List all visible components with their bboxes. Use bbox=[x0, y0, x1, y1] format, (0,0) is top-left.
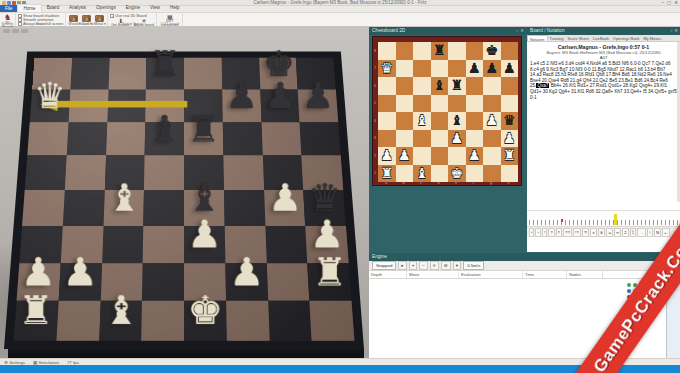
square3d-d1[interactable] bbox=[141, 301, 184, 341]
ribbon-group-board-setup: ✓ Use real 3D Board ⬇ Get Boards! ☀ Adju… bbox=[108, 13, 157, 26]
piece3d-white-rook[interactable]: ♜ bbox=[309, 250, 351, 293]
square3d-c3[interactable] bbox=[102, 226, 144, 263]
square-a8[interactable] bbox=[378, 42, 396, 60]
square3d-a7[interactable]: ♛ bbox=[30, 89, 70, 121]
engine-column-header: Evaluation bbox=[459, 271, 523, 278]
board-2d-frame: ♜♚♛♟♟♟♝♜♝♝♟♛♟♟♟♟♟♜♜♝♚ a8b7c6d5e4f3g2h1 bbox=[372, 36, 522, 186]
square3d-h7[interactable]: ♟ bbox=[298, 89, 338, 121]
notation-tab-my-moves[interactable]: My Moves bbox=[641, 35, 663, 41]
square-f5[interactable] bbox=[466, 95, 484, 113]
piece3d-black-pawn[interactable]: ♟ bbox=[261, 76, 299, 115]
engine-column-header: Depth bbox=[369, 271, 407, 278]
square3d-d5[interactable] bbox=[144, 155, 184, 190]
square-b1[interactable] bbox=[396, 165, 414, 183]
square-b4[interactable] bbox=[396, 112, 414, 130]
square3d-e3[interactable]: ♟ bbox=[184, 226, 225, 263]
square-g7[interactable]: ♟ bbox=[483, 60, 501, 78]
evaluation-profile[interactable] bbox=[527, 210, 680, 226]
square-d5[interactable] bbox=[431, 95, 449, 113]
piece-white-rook[interactable]: ♜ bbox=[378, 165, 396, 183]
tab-analysis[interactable]: Analysis bbox=[64, 4, 91, 12]
engine-column-header: Nodes bbox=[567, 271, 603, 278]
tab-engine[interactable]: Engine bbox=[121, 4, 145, 12]
square-b8[interactable] bbox=[396, 42, 414, 60]
square-h4[interactable]: ♛ bbox=[501, 112, 519, 130]
square3d-e6[interactable]: ♜ bbox=[184, 122, 223, 156]
file-label: h bbox=[508, 181, 510, 185]
annotation-button[interactable]: ?? bbox=[563, 228, 572, 237]
piece-white-pawn[interactable]: ♟ bbox=[378, 147, 396, 165]
status-strip: ⚙ Settings▦ Simulation77 fps bbox=[0, 358, 680, 365]
square-d3[interactable] bbox=[431, 130, 449, 148]
piece-black-pawn[interactable]: ♟ bbox=[501, 60, 519, 78]
piece3d-black-pawn[interactable]: ♟ bbox=[222, 76, 260, 115]
piece-black-queen[interactable]: ♛ bbox=[501, 112, 519, 130]
square-c1[interactable]: ♝ bbox=[413, 165, 431, 183]
square-b7[interactable] bbox=[396, 60, 414, 78]
square3d-b5[interactable] bbox=[65, 155, 106, 190]
texture-thumbnail-icon: ♙ bbox=[69, 15, 78, 22]
piece-white-pawn[interactable]: ♟ bbox=[483, 112, 501, 130]
square-c4[interactable]: ♝ bbox=[413, 112, 431, 130]
status-dot-icon bbox=[627, 289, 631, 293]
annotation-button[interactable]: = bbox=[606, 228, 613, 237]
eval-marker-blunder bbox=[561, 219, 564, 222]
piece3d-white-king[interactable]: ♚ bbox=[184, 288, 226, 332]
engine-rate: 0.5m/s bbox=[463, 261, 484, 270]
square3d-b1[interactable] bbox=[56, 301, 100, 341]
annotation-button[interactable]: ↑ bbox=[647, 228, 653, 237]
square3d-d3[interactable] bbox=[143, 226, 184, 263]
piece-white-bishop[interactable]: ♝ bbox=[413, 165, 431, 183]
tab-board[interactable]: Board bbox=[42, 4, 64, 12]
square3d-g4[interactable]: ♟ bbox=[264, 190, 306, 226]
piece3d-white-pawn[interactable]: ♟ bbox=[59, 250, 101, 293]
piece-black-king[interactable]: ♚ bbox=[483, 42, 501, 60]
engine-toolbar-icon[interactable]: ≡ bbox=[430, 261, 439, 270]
annotation-button[interactable]: ⩲ bbox=[622, 228, 629, 237]
square-e1[interactable]: ♚ bbox=[448, 165, 466, 183]
piece-white-pawn[interactable]: ♟ bbox=[501, 130, 519, 148]
square-d1[interactable] bbox=[431, 165, 449, 183]
engine-toolbar-icon[interactable]: ⚙ bbox=[441, 261, 451, 270]
tab-help[interactable]: Help bbox=[165, 4, 184, 12]
piece3d-white-bishop[interactable]: ♝ bbox=[99, 288, 141, 332]
close-pane-icon[interactable]: ✕ bbox=[520, 27, 524, 35]
rank-label: 7 bbox=[374, 66, 376, 70]
square-c2[interactable] bbox=[413, 147, 431, 165]
notation-tab-openings-book[interactable]: Openings Book bbox=[611, 35, 642, 41]
tab-file[interactable]: File bbox=[0, 5, 17, 12]
tab-home[interactable]: Home bbox=[17, 4, 41, 12]
annotation-button[interactable]: ∓ bbox=[598, 228, 606, 237]
rank-label: 5 bbox=[374, 101, 376, 105]
file-label: d bbox=[438, 181, 440, 185]
piece-black-rook[interactable]: ♜ bbox=[431, 42, 449, 60]
square3d-f1[interactable] bbox=[226, 301, 269, 341]
square-d6[interactable]: ♝ bbox=[431, 77, 449, 95]
notation-tab-score-sheet[interactable]: Score Sheet bbox=[565, 35, 590, 41]
board-3d-pane: ♜♚♛♟♟♟♝♜♝♝♟♛♟♟♟♟♟♜♜♝♚ bbox=[0, 27, 369, 358]
file-label: e bbox=[455, 181, 457, 185]
square3d-d6[interactable]: ♝ bbox=[145, 122, 184, 156]
square-b6[interactable] bbox=[396, 77, 414, 95]
square-g4[interactable]: ♟ bbox=[483, 112, 501, 130]
square-c5[interactable] bbox=[413, 95, 431, 113]
dock-icon[interactable]: ▫ bbox=[671, 27, 673, 35]
group-label: Board Setup bbox=[108, 22, 156, 26]
piece-black-pawn[interactable]: ♟ bbox=[483, 60, 501, 78]
notation-pane: Board / Notation ▫ ✕ NotationTrainingSco… bbox=[527, 27, 680, 252]
square-h6[interactable] bbox=[501, 77, 519, 95]
square-g2[interactable] bbox=[483, 147, 501, 165]
piece-white-queen[interactable]: ♛ bbox=[378, 60, 396, 78]
texture-thumbnail-icon: ♙ bbox=[82, 15, 91, 22]
square-e5[interactable] bbox=[448, 95, 466, 113]
square-h8[interactable] bbox=[501, 42, 519, 60]
piece-black-pawn[interactable]: ♟ bbox=[466, 60, 484, 78]
square-a5[interactable] bbox=[378, 95, 396, 113]
square-g5[interactable] bbox=[483, 95, 501, 113]
group-label: Board bbox=[16, 22, 65, 26]
tab-openings[interactable]: Openings bbox=[91, 4, 121, 12]
annotation-button[interactable]: !! bbox=[556, 228, 562, 237]
board-2d-pane: Chessboard 2D ▫ ✕ ♜♚♛♟♟♟♝♜♝♝♟♛♟♟♟♟♟♜♜♝♚ … bbox=[369, 27, 526, 252]
notation-tab-livebook[interactable]: LiveBook bbox=[591, 35, 611, 41]
square-d2[interactable] bbox=[431, 147, 449, 165]
piece-black-bishop[interactable]: ♝ bbox=[431, 77, 449, 95]
piece-white-bishop[interactable]: ♝ bbox=[413, 112, 431, 130]
close-pane-icon[interactable]: ✕ bbox=[674, 27, 678, 35]
board-3d[interactable]: ♜♚♛♟♟♟♝♜♝♝♟♛♟♟♟♟♟♜♜♝♚ bbox=[4, 51, 364, 349]
square3d-b6[interactable] bbox=[66, 122, 106, 156]
piece3d-white-pawn[interactable]: ♟ bbox=[265, 177, 305, 218]
file-label: a bbox=[385, 181, 387, 185]
annotation-toolbar: ‹›!?!!??!??!±∓=∞⩲⩱→↑N+- bbox=[527, 226, 680, 237]
square3d-c8[interactable] bbox=[108, 58, 147, 89]
engine-toolbar-icon[interactable]: ▾ bbox=[453, 261, 461, 270]
square-d4[interactable] bbox=[431, 112, 449, 130]
square-b3[interactable] bbox=[396, 130, 414, 148]
current-move[interactable]: Qxa7 bbox=[536, 83, 549, 88]
piece3d-black-rook[interactable]: ♜ bbox=[184, 108, 223, 148]
move-list[interactable]: 1.e4 c5 2.Nf3 e6 3.d4 cxd4 4.Nxd4 a6 5.B… bbox=[527, 60, 680, 198]
square-a6[interactable] bbox=[378, 77, 396, 95]
square3d-f6[interactable] bbox=[223, 122, 263, 156]
square3d-f4[interactable] bbox=[224, 190, 265, 226]
annotation-button[interactable]: → bbox=[637, 228, 645, 237]
engine-toolbar-icon[interactable]: ▸ bbox=[398, 261, 406, 270]
piece3d-black-bishop[interactable]: ♝ bbox=[145, 108, 184, 148]
texture-thumbnail-icon: ♙ bbox=[95, 15, 104, 22]
rank-label: 2 bbox=[374, 154, 376, 158]
square-e2[interactable] bbox=[448, 147, 466, 165]
piece3d-white-pawn[interactable]: ♟ bbox=[184, 213, 225, 255]
square-g1[interactable] bbox=[483, 165, 501, 183]
square-g6[interactable] bbox=[483, 77, 501, 95]
piece3d-white-bishop[interactable]: ♝ bbox=[103, 177, 143, 218]
square3d-f7[interactable]: ♟ bbox=[222, 89, 261, 121]
engine-column-header: Move bbox=[407, 271, 459, 278]
annotation-button[interactable]: › bbox=[535, 228, 540, 237]
group-label: Boards bbox=[0, 22, 15, 26]
file-label: f bbox=[473, 181, 474, 185]
square3d-b8[interactable] bbox=[70, 58, 109, 89]
square3d-h6[interactable] bbox=[300, 122, 341, 156]
engine-column-headers: DepthMoveEvaluationTimeNodes bbox=[369, 271, 680, 279]
engine-toolbar-icon[interactable]: + bbox=[409, 261, 418, 270]
rank-label: 6 bbox=[374, 84, 376, 88]
piece-white-pawn[interactable]: ♟ bbox=[448, 130, 466, 148]
file-label: g bbox=[490, 181, 492, 185]
piece-black-rook[interactable]: ♜ bbox=[448, 77, 466, 95]
square-a3[interactable] bbox=[378, 130, 396, 148]
fritz-app-window: Carlsen,Magnus - Grefe,Ingo (Bayern M3 B… bbox=[0, 0, 680, 373]
square3d-f5[interactable] bbox=[223, 155, 263, 190]
annotation-button[interactable]: N bbox=[654, 228, 661, 237]
annotation-button[interactable]: ⩱ bbox=[630, 228, 637, 237]
board-3d-toolbar[interactable] bbox=[3, 29, 28, 33]
square-h3[interactable]: ♟ bbox=[501, 130, 519, 148]
annotation-button[interactable]: ? bbox=[548, 228, 554, 237]
engine-toolbar: Stopped ▸+−≡⚙▾ 0.5m/s bbox=[369, 261, 680, 271]
group-label: DGT board bbox=[157, 22, 182, 26]
square-f1[interactable] bbox=[466, 165, 484, 183]
ribbon-group-board-options: ✓Show board shadows✓Smooth animationAlwa… bbox=[16, 13, 66, 26]
notation-tab-training[interactable]: Training bbox=[548, 35, 566, 41]
square3d-d8[interactable]: ♜ bbox=[146, 58, 184, 89]
square-h5[interactable] bbox=[501, 95, 519, 113]
square-e7[interactable] bbox=[448, 60, 466, 78]
square-f6[interactable] bbox=[466, 77, 484, 95]
square-f3[interactable] bbox=[466, 130, 484, 148]
board-2d-pane-title: Chessboard 2D ▫ ✕ bbox=[369, 27, 526, 35]
square-d8[interactable]: ♜ bbox=[431, 42, 449, 60]
rank-label: 8 bbox=[374, 49, 376, 53]
square3d-d2[interactable] bbox=[142, 263, 184, 301]
square3d-b4[interactable] bbox=[63, 190, 105, 226]
board-front-edge bbox=[8, 349, 364, 358]
board-2d[interactable]: ♜♚♛♟♟♟♝♜♝♝♟♛♟♟♟♟♟♜♜♝♚ bbox=[378, 42, 518, 182]
piece-white-pawn[interactable]: ♟ bbox=[466, 147, 484, 165]
square-e3[interactable]: ♟ bbox=[448, 130, 466, 148]
square3d-a5[interactable] bbox=[25, 155, 67, 190]
rank-label: 4 bbox=[374, 119, 376, 123]
square3d-d4[interactable] bbox=[144, 190, 184, 226]
piece3d-black-pawn[interactable]: ♟ bbox=[299, 76, 337, 115]
piece-white-king[interactable]: ♚ bbox=[448, 165, 466, 183]
engine-pane-title: Engine ▫ ✕ bbox=[369, 253, 680, 261]
square-h1[interactable] bbox=[501, 165, 519, 183]
square3d-g3[interactable] bbox=[265, 226, 308, 263]
ribbon-group-boards[interactable]: ♞ 3D Boards Boards bbox=[0, 13, 16, 26]
piece-white-rook[interactable]: ♜ bbox=[501, 147, 519, 165]
engine-toolbar-icon[interactable]: − bbox=[419, 261, 428, 270]
square-f8[interactable] bbox=[466, 42, 484, 60]
square-e4[interactable]: ♝ bbox=[448, 112, 466, 130]
tab-view[interactable]: View bbox=[145, 4, 165, 12]
square3d-e8[interactable] bbox=[184, 58, 222, 89]
group-label: Board Set bbox=[66, 22, 107, 26]
annotation-button[interactable]: ∞ bbox=[614, 228, 621, 237]
ribbon-tabs: HomeBoardAnalysisOpeningsEngineViewHelp bbox=[17, 4, 184, 12]
square3d-h2[interactable]: ♜ bbox=[307, 263, 351, 301]
square-a1[interactable]: ♜ bbox=[378, 165, 396, 183]
square-c6[interactable] bbox=[413, 77, 431, 95]
square3d-h1[interactable] bbox=[310, 301, 355, 341]
square3d-e1[interactable]: ♚ bbox=[184, 301, 227, 341]
ribbon-group-board-set: ♙Wood ▾♙Dark ▾♙Metal ▾ Board Set bbox=[66, 13, 108, 26]
engine-stop-button[interactable]: Stopped bbox=[372, 261, 396, 270]
status-dot-icon bbox=[627, 283, 631, 287]
notation-tabs: NotationTrainingScore SheetLiveBookOpeni… bbox=[527, 35, 680, 42]
annotation-button[interactable]: ?! bbox=[582, 228, 590, 237]
square3d-a4[interactable] bbox=[22, 190, 64, 226]
square-b5[interactable] bbox=[396, 95, 414, 113]
notation-pane-title: Board / Notation ▫ ✕ bbox=[527, 27, 680, 35]
rank-label: 1 bbox=[374, 171, 376, 175]
piece3d-white-pawn[interactable]: ♟ bbox=[226, 250, 268, 293]
square3d-c4[interactable]: ♝ bbox=[103, 190, 144, 226]
notation-tab-notation[interactable]: Notation bbox=[527, 35, 548, 41]
square-h2[interactable]: ♜ bbox=[501, 147, 519, 165]
square3d-a1[interactable]: ♜ bbox=[14, 301, 59, 341]
piece3d-black-rook[interactable]: ♜ bbox=[146, 44, 184, 83]
game-header: Carlsen,Magnus - Grefe,Ingo 0:57 0-1 Bay… bbox=[527, 42, 680, 60]
square-b2[interactable]: ♟ bbox=[396, 147, 414, 165]
ribbon-group-dgt: ▦ DGT connection settings DGT board bbox=[157, 13, 183, 26]
square3d-b2[interactable]: ♟ bbox=[58, 263, 101, 301]
square-f4[interactable] bbox=[466, 112, 484, 130]
square-g8[interactable]: ♚ bbox=[483, 42, 501, 60]
piece3d-white-rook[interactable]: ♜ bbox=[15, 288, 57, 332]
annotation-button[interactable]: ± bbox=[590, 228, 596, 237]
square3d-g1[interactable] bbox=[268, 301, 312, 341]
annotation-button[interactable]: ! bbox=[542, 228, 547, 237]
square3d-g6[interactable] bbox=[261, 122, 301, 156]
square-a2[interactable]: ♟ bbox=[378, 147, 396, 165]
square-f7[interactable]: ♟ bbox=[466, 60, 484, 78]
file-label: b bbox=[403, 181, 405, 185]
square3d-g7[interactable]: ♟ bbox=[260, 89, 300, 121]
square-c7[interactable] bbox=[413, 60, 431, 78]
annotation-button[interactable]: !? bbox=[573, 228, 581, 237]
eval-ticks bbox=[529, 220, 678, 225]
square-a4[interactable] bbox=[378, 112, 396, 130]
square3d-c6[interactable] bbox=[106, 122, 146, 156]
square-h7[interactable]: ♟ bbox=[501, 60, 519, 78]
annotation-button[interactable]: ‹ bbox=[529, 228, 534, 237]
ribbon-tab-row: File HomeBoardAnalysisOpeningsEngineView… bbox=[0, 6, 680, 13]
square-g3[interactable] bbox=[483, 130, 501, 148]
square3d-c1[interactable]: ♝ bbox=[99, 301, 142, 341]
square-f2[interactable]: ♟ bbox=[466, 147, 484, 165]
piece-black-bishop[interactable]: ♝ bbox=[448, 112, 466, 130]
engine-column-header: Time bbox=[523, 271, 567, 278]
dock-icon[interactable]: ▫ bbox=[517, 27, 519, 35]
square3d-g2[interactable] bbox=[266, 263, 309, 301]
square3d-a6[interactable] bbox=[27, 122, 68, 156]
square-c8[interactable] bbox=[413, 42, 431, 60]
piece3d-white-queen[interactable]: ♛ bbox=[31, 76, 69, 115]
rank-label: 3 bbox=[374, 136, 376, 140]
square-a7[interactable]: ♛ bbox=[378, 60, 396, 78]
square-c3[interactable] bbox=[413, 130, 431, 148]
square-e8[interactable] bbox=[448, 42, 466, 60]
eval-marker-current bbox=[614, 214, 617, 225]
file-label: c bbox=[420, 181, 422, 185]
square-e6[interactable]: ♜ bbox=[448, 77, 466, 95]
ribbon: ♞ 3D Boards Boards ✓Show board shadows✓S… bbox=[0, 13, 680, 27]
square3d-f2[interactable]: ♟ bbox=[225, 263, 268, 301]
piece-white-pawn[interactable]: ♟ bbox=[396, 147, 414, 165]
annotation-button[interactable]: +- bbox=[662, 228, 670, 237]
square-d7[interactable] bbox=[431, 60, 449, 78]
